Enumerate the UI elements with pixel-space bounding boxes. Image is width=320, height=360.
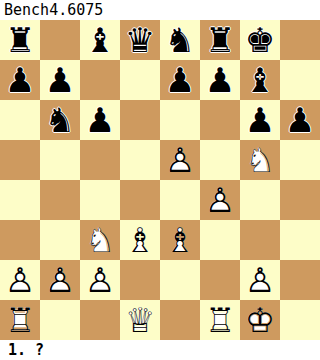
square-c3[interactable]: ♞♘ [80,220,120,260]
black-pawn-piece: ♟ [0,60,40,100]
square-h3[interactable] [280,220,320,260]
square-g7[interactable]: ♝ [240,60,280,100]
black-pawn-piece: ♟ [40,60,80,100]
square-h1[interactable] [280,300,320,340]
black-bishop-piece: ♝ [240,60,280,100]
square-g1[interactable]: ♚♔ [240,300,280,340]
square-g5[interactable]: ♞♘ [240,140,280,180]
square-b5[interactable] [40,140,80,180]
square-d4[interactable] [120,180,160,220]
white-king-piece: ♚♔ [240,300,280,340]
black-rook-piece: ♜ [200,20,240,60]
square-g8[interactable]: ♚ [240,20,280,60]
square-a1[interactable]: ♜♖ [0,300,40,340]
white-bishop-piece: ♝♗ [120,220,160,260]
square-g6[interactable]: ♟ [240,100,280,140]
square-c6[interactable]: ♟ [80,100,120,140]
chess-board: ♜♝♛♞♜♚♟♟♟♟♝♞♟♟♟♟♙♞♘♟♙♞♘♝♗♝♗♟♙♟♙♟♙♟♙♜♖♛♕♜… [0,20,320,340]
square-e1[interactable] [160,300,200,340]
square-b1[interactable] [40,300,80,340]
square-c4[interactable] [80,180,120,220]
square-d2[interactable] [120,260,160,300]
square-d3[interactable]: ♝♗ [120,220,160,260]
white-bishop-piece: ♝♗ [160,220,200,260]
square-d1[interactable]: ♛♕ [120,300,160,340]
black-bishop-piece: ♝ [80,20,120,60]
white-knight-piece: ♞♘ [240,140,280,180]
square-f5[interactable] [200,140,240,180]
square-d7[interactable] [120,60,160,100]
square-g4[interactable] [240,180,280,220]
square-b4[interactable] [40,180,80,220]
square-c5[interactable] [80,140,120,180]
square-e8[interactable]: ♞ [160,20,200,60]
white-queen-piece: ♛♕ [120,300,160,340]
square-e5[interactable]: ♟♙ [160,140,200,180]
white-pawn-piece: ♟♙ [80,260,120,300]
square-h7[interactable] [280,60,320,100]
white-pawn-piece: ♟♙ [240,260,280,300]
black-king-piece: ♚ [240,20,280,60]
square-a8[interactable]: ♜ [0,20,40,60]
square-a6[interactable] [0,100,40,140]
square-b7[interactable]: ♟ [40,60,80,100]
square-d6[interactable] [120,100,160,140]
square-e6[interactable] [160,100,200,140]
square-a5[interactable] [0,140,40,180]
square-a3[interactable] [0,220,40,260]
white-pawn-piece: ♟♙ [40,260,80,300]
square-a7[interactable]: ♟ [0,60,40,100]
white-pawn-piece: ♟♙ [160,140,200,180]
black-pawn-piece: ♟ [80,100,120,140]
white-pawn-piece: ♟♙ [0,260,40,300]
square-f1[interactable]: ♜♖ [200,300,240,340]
square-h6[interactable]: ♟ [280,100,320,140]
square-c8[interactable]: ♝ [80,20,120,60]
square-c2[interactable]: ♟♙ [80,260,120,300]
square-f7[interactable]: ♟ [200,60,240,100]
black-knight-piece: ♞ [40,100,80,140]
square-f4[interactable]: ♟♙ [200,180,240,220]
white-knight-piece: ♞♘ [80,220,120,260]
square-e2[interactable] [160,260,200,300]
black-knight-piece: ♞ [160,20,200,60]
square-h2[interactable] [280,260,320,300]
square-c7[interactable] [80,60,120,100]
square-d5[interactable] [120,140,160,180]
square-d8[interactable]: ♛ [120,20,160,60]
black-pawn-piece: ♟ [280,100,320,140]
square-a2[interactable]: ♟♙ [0,260,40,300]
square-h8[interactable] [280,20,320,60]
white-rook-piece: ♜♖ [200,300,240,340]
page-title: Bench4.6075 [0,0,320,20]
square-f8[interactable]: ♜ [200,20,240,60]
square-e4[interactable] [160,180,200,220]
black-pawn-piece: ♟ [240,100,280,140]
black-pawn-piece: ♟ [200,60,240,100]
white-rook-piece: ♜♖ [0,300,40,340]
square-f2[interactable] [200,260,240,300]
square-g2[interactable]: ♟♙ [240,260,280,300]
move-prompt: 1. ? [0,340,320,360]
black-pawn-piece: ♟ [160,60,200,100]
black-rook-piece: ♜ [0,20,40,60]
square-b3[interactable] [40,220,80,260]
square-e7[interactable]: ♟ [160,60,200,100]
square-c1[interactable] [80,300,120,340]
square-f3[interactable] [200,220,240,260]
square-a4[interactable] [0,180,40,220]
square-h4[interactable] [280,180,320,220]
square-b8[interactable] [40,20,80,60]
square-g3[interactable] [240,220,280,260]
white-pawn-piece: ♟♙ [200,180,240,220]
square-b6[interactable]: ♞ [40,100,80,140]
square-h5[interactable] [280,140,320,180]
black-queen-piece: ♛ [120,20,160,60]
square-b2[interactable]: ♟♙ [40,260,80,300]
square-e3[interactable]: ♝♗ [160,220,200,260]
square-f6[interactable] [200,100,240,140]
